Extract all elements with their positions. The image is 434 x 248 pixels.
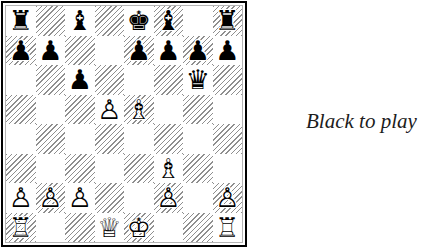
square-b2: ♙ — [36, 183, 66, 213]
piece-white-pawn-a2: ♙ — [9, 183, 33, 213]
piece-white-rook-h1: ♖ — [215, 213, 239, 243]
piece-black-bishop-f8: ♝ — [156, 6, 180, 36]
square-a2: ♙ — [6, 183, 36, 213]
piece-black-pawn-c6: ♟ — [68, 65, 92, 95]
square-a4 — [6, 124, 36, 154]
piece-black-pawn-f7: ♟ — [156, 36, 180, 66]
piece-white-pawn-h2: ♙ — [215, 183, 239, 213]
square-c2: ♙ — [65, 183, 95, 213]
piece-black-bishop-c8: ♝ — [68, 6, 92, 36]
piece-white-rook-a1: ♖ — [9, 213, 33, 243]
piece-black-queen-g6: ♛ — [186, 65, 210, 95]
square-g7: ♟ — [183, 36, 213, 66]
piece-white-pawn-c2: ♙ — [68, 183, 92, 213]
square-e6 — [124, 65, 154, 95]
square-h3 — [213, 154, 243, 184]
square-h7: ♟ — [213, 36, 243, 66]
square-a8: ♜ — [6, 6, 36, 36]
square-g1 — [183, 213, 213, 243]
square-b3 — [36, 154, 66, 184]
square-e8: ♚ — [124, 6, 154, 36]
square-c4 — [65, 124, 95, 154]
square-g3 — [183, 154, 213, 184]
square-b7: ♟ — [36, 36, 66, 66]
square-f3: ♗ — [154, 154, 184, 184]
square-h6 — [213, 65, 243, 95]
square-b5 — [36, 95, 66, 125]
square-e4 — [124, 124, 154, 154]
piece-black-pawn-e7: ♟ — [127, 36, 151, 66]
square-g4 — [183, 124, 213, 154]
square-d7 — [95, 36, 125, 66]
square-c8: ♝ — [65, 6, 95, 36]
square-c3 — [65, 154, 95, 184]
square-a6 — [6, 65, 36, 95]
piece-black-king-e8: ♚ — [127, 6, 151, 36]
square-d1: ♕ — [95, 213, 125, 243]
square-a1: ♖ — [6, 213, 36, 243]
square-f6 — [154, 65, 184, 95]
square-d6 — [95, 65, 125, 95]
square-f2: ♙ — [154, 183, 184, 213]
square-h1: ♖ — [213, 213, 243, 243]
square-h4 — [213, 124, 243, 154]
piece-black-rook-h8: ♜ — [215, 6, 239, 36]
piece-black-pawn-h7: ♟ — [215, 36, 239, 66]
square-b4 — [36, 124, 66, 154]
square-g6: ♛ — [183, 65, 213, 95]
piece-white-pawn-b2: ♙ — [38, 183, 62, 213]
square-a5 — [6, 95, 36, 125]
chess-board-grid: ♜♝♚♝♜♟♟♟♟♟♟♟♛♙♗♗♙♙♙♙♙♖♕♔♖ — [5, 5, 243, 243]
square-h2: ♙ — [213, 183, 243, 213]
square-c7 — [65, 36, 95, 66]
piece-white-king-e1: ♔ — [127, 213, 151, 243]
square-c6: ♟ — [65, 65, 95, 95]
chess-board: ♜♝♚♝♜♟♟♟♟♟♟♟♛♙♗♗♙♙♙♙♙♖♕♔♖ — [1, 1, 247, 247]
piece-black-pawn-a7: ♟ — [9, 36, 33, 66]
square-b1 — [36, 213, 66, 243]
square-d3 — [95, 154, 125, 184]
square-d2 — [95, 183, 125, 213]
square-f4 — [154, 124, 184, 154]
side-to-move-caption: Black to play — [306, 109, 434, 134]
square-e5: ♗ — [124, 95, 154, 125]
square-e3 — [124, 154, 154, 184]
piece-white-bishop-e5: ♗ — [127, 95, 151, 125]
piece-white-pawn-f2: ♙ — [156, 183, 180, 213]
square-g5 — [183, 95, 213, 125]
square-b8 — [36, 6, 66, 36]
square-a3 — [6, 154, 36, 184]
square-g2 — [183, 183, 213, 213]
square-f8: ♝ — [154, 6, 184, 36]
square-h5 — [213, 95, 243, 125]
square-f5 — [154, 95, 184, 125]
square-a7: ♟ — [6, 36, 36, 66]
piece-black-pawn-b7: ♟ — [38, 36, 62, 66]
piece-black-pawn-g7: ♟ — [186, 36, 210, 66]
square-h8: ♜ — [213, 6, 243, 36]
square-f7: ♟ — [154, 36, 184, 66]
square-b6 — [36, 65, 66, 95]
square-e2 — [124, 183, 154, 213]
square-e1: ♔ — [124, 213, 154, 243]
piece-white-pawn-d5: ♙ — [97, 95, 121, 125]
piece-white-queen-d1: ♕ — [97, 213, 121, 243]
square-c1 — [65, 213, 95, 243]
square-c5 — [65, 95, 95, 125]
square-d8 — [95, 6, 125, 36]
square-e7: ♟ — [124, 36, 154, 66]
square-g8 — [183, 6, 213, 36]
piece-white-bishop-f3: ♗ — [156, 154, 180, 184]
square-f1 — [154, 213, 184, 243]
square-d5: ♙ — [95, 95, 125, 125]
piece-black-rook-a8: ♜ — [9, 6, 33, 36]
square-d4 — [95, 124, 125, 154]
